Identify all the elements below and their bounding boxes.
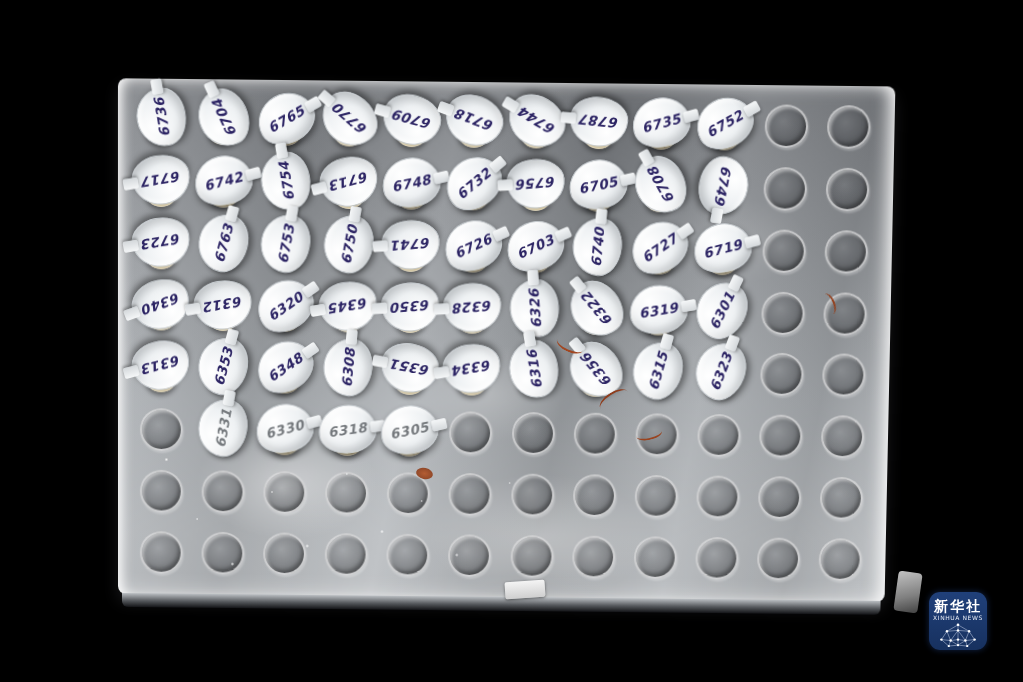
rack-cell-r6c7	[502, 403, 565, 465]
rack-cell-r8c5	[377, 524, 439, 586]
rack-cell-r8c3	[253, 523, 315, 585]
sample-tube-6736: 6736	[130, 89, 193, 152]
sample-tube-6313: 6313	[130, 337, 192, 399]
rack-cell-r6c10	[688, 405, 751, 467]
sample-tube-6318: 6318	[316, 401, 378, 463]
tube-label: 6350	[380, 281, 440, 332]
rack-cell-r4c10: 6301	[689, 281, 752, 343]
tube-cap: 6323	[687, 336, 753, 407]
sample-tube-6319: 6319	[627, 280, 690, 342]
rack-cell-r7c3	[254, 461, 316, 523]
rack-cell-r8c8	[562, 526, 625, 588]
sample-tube-6748: 6748	[380, 154, 443, 217]
rack-cell-r6c6	[440, 402, 503, 464]
sample-tube-6348: 6348	[254, 338, 316, 400]
tube-label: 6340	[127, 273, 196, 336]
sample-tube-6744: 6744	[505, 92, 568, 155]
rack-cell-r7c6	[439, 463, 501, 525]
rack-cell-r5c9: 6315	[626, 342, 689, 404]
rack-cell-r1c2: 6704	[193, 89, 256, 152]
tube-hole	[635, 413, 679, 456]
rack-cell-r7c7	[501, 464, 564, 526]
tube-label: 6334	[440, 341, 503, 396]
tube-cap: 6752	[687, 88, 762, 160]
sample-tube-6328: 6328	[441, 279, 504, 341]
tube-label: 6718	[439, 89, 508, 153]
tube-cap: 6740	[570, 215, 625, 278]
sample-tube-6727: 6727	[628, 218, 691, 281]
tube-cap: 6723	[128, 213, 194, 271]
sample-tube-6709: 6709	[380, 91, 443, 154]
tube-label: 6756	[506, 158, 566, 210]
rack-cell-r4c3: 6320	[254, 277, 317, 339]
tube-hole	[695, 536, 738, 579]
sample-tube-6750: 6750	[317, 215, 380, 278]
rack-corner-glare	[893, 571, 922, 614]
sample-tube-6351: 6351	[378, 340, 441, 402]
rack-cell-r2c11	[754, 158, 818, 221]
rack-cell-r1c12	[817, 96, 881, 159]
rack-cell-r3c10: 6719	[690, 219, 753, 282]
tube-label: 6753	[258, 211, 314, 275]
tube-hole	[820, 477, 864, 520]
sample-tube-6301: 6301	[689, 281, 752, 343]
tube-label: 6752	[688, 89, 760, 158]
tube-hole	[758, 476, 802, 519]
sample-tube-6315: 6315	[626, 342, 689, 404]
tube-label: 6749	[695, 154, 752, 218]
sample-tube-6763: 6763	[192, 214, 255, 277]
rack-cell-r3c12	[815, 220, 879, 283]
sample-tube-6753: 6753	[255, 215, 318, 278]
tube-cap: 6709	[377, 88, 446, 152]
sample-tube-6320: 6320	[254, 277, 317, 339]
tube-label: 6750	[320, 212, 376, 276]
tube-cap: 6305	[376, 400, 442, 459]
tube-label: 6719	[689, 218, 755, 278]
tube-label: 6345	[316, 278, 379, 334]
sample-tube-6330: 6330	[254, 400, 316, 462]
rack-cell-r5c7: 6316	[502, 341, 565, 403]
rack-cell-r4c7: 6326	[503, 279, 566, 341]
tube-cap: 6735	[627, 92, 696, 155]
rack-cell-r5c11	[751, 344, 814, 406]
tube-cap: 6748	[378, 153, 445, 213]
tube-cap: 6704	[189, 81, 258, 155]
tube-hole	[573, 474, 616, 517]
tube-hole	[824, 292, 868, 335]
tube-cap: 6330	[251, 398, 319, 460]
tube-cap: 6708	[625, 148, 696, 223]
tube-hole	[140, 408, 183, 451]
tube-label: 6328	[442, 282, 502, 333]
rack-cell-r1c7: 6744	[505, 92, 568, 155]
sample-tube-6312: 6312	[192, 276, 254, 338]
tube-label: 6351	[378, 340, 442, 396]
sample-tube-6754: 6754	[255, 152, 318, 215]
tube-label: 6301	[688, 274, 755, 345]
sample-tube-6787: 6787	[567, 93, 630, 156]
sample-tube-6340: 6340	[130, 275, 192, 337]
rack-cell-r5c3: 6348	[254, 338, 316, 400]
tube-hole	[510, 535, 553, 578]
tube-cap: 6726	[436, 211, 509, 280]
sample-tube-6308: 6308	[316, 339, 378, 401]
tube-hole	[139, 470, 182, 513]
sample-tube-6356: 6356	[564, 342, 627, 404]
rack-cell-r7c9	[625, 465, 688, 527]
sample-tube-6749: 6749	[691, 157, 754, 220]
tube-cap: 6316	[505, 337, 563, 402]
tube-label: 6705	[566, 156, 630, 214]
sample-tube-6735: 6735	[630, 94, 693, 157]
tube-hole	[825, 230, 869, 274]
rack-cell-r1c8: 6787	[567, 93, 630, 156]
tube-label: 6331	[195, 396, 251, 459]
tube-label: 6736	[133, 86, 189, 150]
sample-tube-6719: 6719	[690, 219, 753, 282]
rack-cell-r6c9	[626, 404, 689, 466]
tube-label: 6319	[627, 281, 690, 337]
tube-cap: 6348	[248, 331, 324, 404]
sample-tube-6752: 6752	[692, 94, 756, 157]
tube-cap: 6328	[441, 281, 503, 334]
rack-cell-r7c4	[316, 462, 378, 524]
sample-tube-6765: 6765	[255, 90, 318, 153]
tube-hole	[139, 531, 182, 574]
rack-cell-r6c2: 6331	[192, 399, 254, 461]
rack-cell-r4c1: 6340	[130, 275, 192, 337]
tube-label: 6748	[379, 154, 444, 212]
rack-cell-r5c12	[813, 344, 876, 406]
rack-cell-r3c5: 6741	[379, 216, 442, 279]
tube-cap: 6718	[438, 87, 510, 154]
tube-hole	[696, 475, 740, 518]
tube-label: 6330	[252, 399, 318, 458]
rack-cell-r5c8: 6356	[564, 342, 627, 404]
rack-cell-r6c5: 6305	[378, 401, 441, 463]
tube-hole	[325, 533, 368, 576]
tube-label: 6754	[258, 150, 314, 213]
rack-cell-r2c3: 6754	[255, 152, 318, 215]
tube-hole	[821, 415, 865, 458]
xinhua-en-text: XINHUA NEWS	[933, 615, 983, 621]
rack-cell-r7c5	[377, 463, 439, 525]
tube-rack: 6736670467656770670967186744678767356752…	[118, 78, 895, 602]
rack-cell-r5c1: 6313	[130, 337, 192, 399]
tube-cap: 6350	[379, 280, 441, 333]
sample-tube-6331: 6331	[192, 399, 254, 461]
tube-cap: 6787	[568, 95, 631, 150]
rack-cell-r8c6	[439, 525, 501, 587]
sample-tube-6334: 6334	[440, 340, 503, 402]
rack-cell-r7c1	[130, 460, 192, 522]
sample-tube-6723: 6723	[130, 213, 192, 276]
rack-cell-r6c3: 6330	[254, 400, 316, 462]
rack-cell-r4c6: 6328	[441, 279, 504, 341]
tube-label: 6305	[377, 401, 441, 458]
sample-tube-6741: 6741	[379, 216, 442, 279]
sample-tube-6326: 6326	[503, 279, 566, 341]
tube-label: 6740	[571, 216, 624, 277]
rack-cell-r8c4	[315, 523, 377, 585]
tube-cap: 6315	[627, 336, 690, 405]
tube-cap: 6353	[192, 332, 254, 401]
tube-cap: 6301	[686, 273, 755, 347]
tube-label: 6308	[321, 338, 373, 398]
tube-hole	[760, 353, 804, 396]
tube-cap: 6312	[191, 276, 257, 334]
tube-hole	[511, 473, 554, 516]
sample-tube-6718: 6718	[442, 92, 505, 155]
rack-cell-r6c8	[564, 403, 627, 465]
tube-cap: 6742	[189, 149, 258, 211]
tube-hole	[449, 473, 492, 516]
tube-cap: 6717	[128, 151, 194, 209]
tube-cap: 6308	[320, 337, 374, 399]
tube-hole	[759, 415, 803, 458]
rack-cell-r3c3: 6753	[255, 215, 318, 278]
xinhua-cn-text: 新华社	[934, 599, 982, 613]
sample-tube-6316: 6316	[502, 341, 565, 403]
rack-cell-r8c10	[686, 527, 749, 589]
rack-cell-r5c5: 6351	[378, 340, 441, 402]
xinhua-news-watermark: 新华社 XINHUA NEWS	[929, 592, 987, 650]
tube-hole	[697, 414, 741, 457]
rack-cell-r3c6: 6726	[441, 217, 504, 280]
rack-cell-r3c1: 6723	[130, 213, 192, 276]
photo-canvas: 6736670467656770670967186744678767356752…	[0, 0, 1023, 682]
rack-cell-r6c1	[130, 399, 192, 461]
rack-cell-r2c7: 6756	[504, 155, 567, 218]
sample-tube-6756: 6756	[504, 155, 567, 218]
rack-cell-r7c8	[563, 465, 626, 527]
rack-cell-r8c1	[130, 521, 192, 583]
tube-cap: 6754	[257, 148, 315, 214]
rack-cell-r6c11	[750, 405, 813, 467]
tube-hole	[448, 534, 491, 577]
tape-scrap	[504, 580, 545, 600]
tube-label: 6323	[688, 337, 752, 406]
tube-label: 6742	[190, 151, 256, 211]
tube-cap: 6727	[622, 211, 698, 285]
tube-label: 6353	[193, 333, 253, 399]
rack-cell-r8c12	[809, 528, 872, 590]
tube-hole	[263, 532, 306, 575]
rack-cell-r7c11	[748, 467, 811, 529]
rack-cell-r1c6: 6718	[442, 92, 505, 155]
tube-cap: 6334	[439, 340, 504, 398]
tube-label: 6315	[628, 338, 688, 404]
tube-hole	[449, 411, 492, 454]
rack-cell-r4c9: 6319	[627, 280, 690, 342]
tube-cap: 6705	[565, 155, 632, 215]
tube-hole	[761, 291, 805, 334]
tube-hole	[387, 472, 430, 515]
tube-hole	[757, 537, 801, 580]
tube-hole	[263, 471, 306, 514]
rack-cell-r8c11	[747, 528, 810, 590]
tube-label: 6313	[128, 336, 194, 395]
rack-cell-r7c10	[687, 466, 750, 528]
rack-cell-r7c2	[192, 461, 254, 523]
tube-label: 6326	[509, 278, 560, 338]
sample-tube-6322: 6322	[565, 280, 628, 342]
tube-hole	[573, 413, 616, 456]
tube-label: 6708	[626, 149, 695, 221]
sample-tube-6323: 6323	[689, 343, 752, 405]
tube-label: 6709	[378, 90, 445, 151]
tube-cap: 6763	[192, 208, 255, 277]
tube-hole	[827, 105, 871, 149]
rack-cell-r3c4: 6750	[317, 215, 380, 278]
rack-cell-r4c8: 6322	[565, 280, 628, 342]
rack-cell-r4c12	[814, 282, 877, 344]
tube-hole	[765, 105, 809, 149]
rack-cell-r4c5: 6350	[379, 278, 442, 340]
rack-cell-r8c7	[500, 525, 562, 587]
tube-cap: 6770	[311, 82, 387, 158]
sample-tube-6732: 6732	[442, 154, 505, 217]
tube-cap: 6356	[559, 332, 634, 408]
rack-cell-r2c10: 6749	[691, 157, 754, 220]
rack-cell-r2c1: 6717	[130, 151, 192, 214]
rack-cell-r3c8: 6740	[566, 218, 629, 281]
rack-cell-r8c2	[192, 522, 254, 584]
rack-cell-r1c5: 6709	[380, 91, 443, 154]
tube-label: 6723	[129, 214, 192, 270]
tube-cap: 6713	[314, 151, 383, 213]
rack-cell-r1c11	[755, 95, 819, 158]
sample-tube-6713: 6713	[317, 153, 380, 216]
rack-cell-r1c4: 6770	[317, 91, 380, 154]
tube-cap: 6736	[132, 85, 191, 151]
rack-cell-r1c10: 6752	[692, 94, 756, 157]
sample-tube-6717: 6717	[130, 151, 192, 214]
sample-tube-6770: 6770	[317, 91, 380, 154]
sample-tube-6350: 6350	[379, 278, 442, 340]
tube-hole	[325, 471, 368, 514]
tube-cap: 6318	[315, 401, 379, 457]
sample-tube-6726: 6726	[441, 217, 504, 280]
tube-label: 6318	[316, 402, 378, 456]
rack-cell-r2c5: 6748	[380, 154, 443, 217]
tube-cap: 6326	[508, 277, 561, 339]
rack-cell-r7c12	[810, 467, 873, 529]
tube-cap: 6319	[626, 280, 691, 338]
rack-cell-r4c11	[752, 282, 815, 344]
rack-cell-r6c4: 6318	[316, 401, 378, 463]
sample-tube-6708: 6708	[629, 156, 692, 219]
rack-cell-r4c2: 6312	[192, 276, 254, 338]
rack-cell-r2c6: 6732	[442, 154, 505, 217]
tube-hole	[826, 168, 870, 212]
tube-label: 6741	[381, 219, 441, 270]
tube-cap: 6331	[194, 395, 252, 461]
tube-cap: 6741	[380, 218, 442, 272]
rack-grid: 6736670467656770670967186744678767356752…	[130, 89, 881, 590]
rack-cell-r8c9	[624, 526, 687, 588]
tube-hole	[634, 475, 677, 518]
tube-cap: 6345	[315, 277, 380, 335]
tube-hole	[387, 533, 430, 576]
sample-tube-6742: 6742	[192, 152, 255, 215]
rack-cell-r5c4: 6308	[316, 339, 378, 401]
tube-hole	[634, 536, 677, 579]
rack-cell-r2c9: 6708	[629, 156, 692, 219]
tube-cap: 6719	[688, 217, 756, 279]
tube-label: 6316	[506, 338, 561, 401]
tube-label: 6763	[193, 209, 253, 276]
tube-label: 6727	[623, 212, 696, 283]
rack-cell-r5c2: 6353	[192, 338, 254, 400]
tube-hole	[201, 470, 244, 513]
sample-tube-6704: 6704	[193, 89, 256, 152]
rack-cell-r6c12	[811, 406, 874, 468]
sample-tube-6305: 6305	[378, 401, 441, 463]
tube-cap: 6749	[693, 153, 752, 220]
tube-label: 6312	[192, 277, 255, 333]
rack-cell-r1c9: 6735	[630, 94, 693, 157]
tube-hole	[764, 167, 808, 211]
sample-tube-6353: 6353	[192, 338, 254, 400]
constellation-graphic	[937, 623, 979, 647]
rack-cell-r3c9: 6727	[628, 218, 691, 281]
rack-cell-r2c4: 6713	[317, 153, 380, 216]
tube-label: 6787	[569, 96, 630, 149]
rack-cell-r2c12	[816, 158, 880, 221]
tube-hole	[572, 535, 615, 578]
rack-cell-r1c1: 6736	[130, 89, 193, 152]
tube-label: 6726	[438, 212, 509, 278]
rack-cell-r5c6: 6334	[440, 340, 503, 402]
sample-tube-6740: 6740	[566, 218, 629, 281]
tube-cap: 6756	[505, 157, 567, 211]
tube-hole	[762, 229, 806, 273]
rack-front-edge	[122, 593, 881, 615]
tube-cap: 6750	[319, 211, 378, 277]
rack-cell-r1c3: 6765	[255, 90, 318, 153]
tube-hole	[822, 354, 866, 397]
tube-hole	[819, 538, 863, 581]
tube-label: 6713	[315, 152, 381, 212]
rack-cell-r3c2: 6763	[192, 214, 255, 277]
tube-cap: 6313	[127, 335, 196, 397]
rack-cell-r3c11	[753, 220, 816, 283]
tube-label: 6735	[629, 93, 695, 153]
tube-hole	[201, 531, 244, 574]
rack-cell-r2c2: 6742	[192, 152, 255, 215]
tube-label: 6717	[129, 152, 193, 208]
tube-label: 6704	[191, 83, 258, 154]
tube-cap: 6753	[257, 210, 316, 276]
rack-cell-r5c10: 6323	[689, 343, 752, 405]
tube-hole	[511, 412, 554, 455]
